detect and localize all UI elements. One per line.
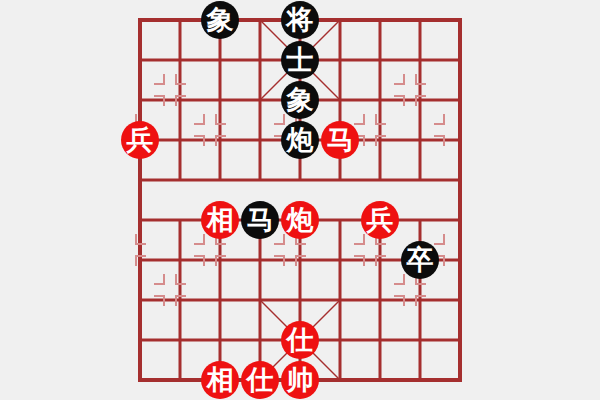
board-point[interactable] xyxy=(440,320,480,360)
point-marker xyxy=(194,234,205,245)
point-marker xyxy=(154,74,165,85)
point-marker xyxy=(175,95,186,106)
board-point[interactable] xyxy=(320,0,360,40)
board-points-grid: 象将士象兵炮马相马炮兵卒仕相仕帅 xyxy=(120,0,480,400)
piece-black-pawn[interactable]: 卒 xyxy=(401,241,439,279)
board-point[interactable] xyxy=(440,360,480,400)
point-marker xyxy=(215,135,226,146)
piece-black-horse[interactable]: 马 xyxy=(241,201,279,239)
board-point[interactable] xyxy=(120,320,160,360)
board-point[interactable] xyxy=(240,160,280,200)
point-marker xyxy=(215,114,226,125)
point-marker xyxy=(434,234,445,245)
point-marker xyxy=(215,255,226,266)
board-point[interactable]: 卒 xyxy=(400,240,440,280)
point-marker xyxy=(154,95,165,106)
point-marker xyxy=(194,255,205,266)
piece-red-advisor[interactable]: 仕 xyxy=(281,321,319,359)
board-point[interactable] xyxy=(440,160,480,200)
board-point[interactable]: 兵 xyxy=(360,200,400,240)
point-marker xyxy=(295,255,306,266)
board-point[interactable] xyxy=(200,320,240,360)
point-marker xyxy=(394,95,405,106)
piece-red-pawn[interactable]: 兵 xyxy=(361,201,399,239)
piece-red-pawn[interactable]: 兵 xyxy=(121,121,159,159)
point-marker xyxy=(135,234,146,245)
point-marker xyxy=(375,114,386,125)
board-point[interactable] xyxy=(400,360,440,400)
board-point[interactable] xyxy=(160,360,200,400)
board-point[interactable] xyxy=(240,280,280,320)
board-point[interactable] xyxy=(440,80,480,120)
point-marker xyxy=(354,114,365,125)
point-marker xyxy=(354,234,365,245)
point-marker xyxy=(175,74,186,85)
board-point[interactable] xyxy=(120,0,160,40)
board-point[interactable]: 相 xyxy=(200,360,240,400)
board-point[interactable] xyxy=(440,40,480,80)
board-point[interactable] xyxy=(160,0,200,40)
board-point[interactable] xyxy=(360,160,400,200)
point-marker xyxy=(375,135,386,146)
board-point[interactable] xyxy=(360,0,400,40)
board-point[interactable]: 象 xyxy=(280,80,320,120)
point-marker xyxy=(394,74,405,85)
board-point[interactable] xyxy=(400,280,440,320)
piece-red-elephant[interactable]: 相 xyxy=(201,201,239,239)
piece-red-general[interactable]: 帅 xyxy=(281,361,319,399)
board-point[interactable] xyxy=(320,40,360,80)
point-marker xyxy=(415,295,426,306)
board-point[interactable] xyxy=(440,0,480,40)
piece-red-cannon[interactable]: 炮 xyxy=(281,201,319,239)
point-marker xyxy=(415,74,426,85)
board-point[interactable] xyxy=(440,280,480,320)
board-point[interactable] xyxy=(200,40,240,80)
board-point[interactable]: 士 xyxy=(280,40,320,80)
board-point[interactable] xyxy=(320,280,360,320)
board-point[interactable] xyxy=(160,320,200,360)
board-point[interactable] xyxy=(280,160,320,200)
point-marker xyxy=(354,255,365,266)
board-point[interactable] xyxy=(320,160,360,200)
board-point[interactable] xyxy=(240,320,280,360)
board-point[interactable] xyxy=(120,360,160,400)
board-point[interactable] xyxy=(240,40,280,80)
board-point[interactable]: 马 xyxy=(320,120,360,160)
piece-black-elephant[interactable]: 象 xyxy=(201,1,239,39)
piece-black-elephant[interactable]: 象 xyxy=(281,81,319,119)
board-point[interactable] xyxy=(400,0,440,40)
point-marker xyxy=(194,135,205,146)
board-point[interactable] xyxy=(400,160,440,200)
point-marker xyxy=(274,255,285,266)
point-marker xyxy=(175,295,186,306)
board-point[interactable] xyxy=(120,160,160,200)
board-point[interactable] xyxy=(200,280,240,320)
board-point[interactable] xyxy=(280,280,320,320)
piece-red-horse[interactable]: 马 xyxy=(321,121,359,159)
piece-red-elephant[interactable]: 相 xyxy=(201,361,239,399)
board-point[interactable]: 炮 xyxy=(280,120,320,160)
board-point[interactable] xyxy=(360,120,400,160)
board-point[interactable]: 相 xyxy=(200,200,240,240)
xiangqi-board: 象将士象兵炮马相马炮兵卒仕相仕帅 xyxy=(0,0,600,400)
point-marker xyxy=(434,135,445,146)
board-point[interactable]: 将 xyxy=(280,0,320,40)
point-marker xyxy=(154,295,165,306)
point-marker xyxy=(415,95,426,106)
board-point[interactable] xyxy=(360,320,400,360)
point-marker xyxy=(434,114,445,125)
piece-black-advisor[interactable]: 士 xyxy=(281,41,319,79)
board-point[interactable] xyxy=(240,0,280,40)
point-marker xyxy=(394,295,405,306)
board-point[interactable]: 象 xyxy=(200,0,240,40)
board-point[interactable] xyxy=(440,200,480,240)
board-point[interactable] xyxy=(280,240,320,280)
board-point[interactable] xyxy=(200,120,240,160)
point-marker xyxy=(135,255,146,266)
board-point[interactable] xyxy=(320,360,360,400)
board-point[interactable]: 仕 xyxy=(280,320,320,360)
piece-black-general[interactable]: 将 xyxy=(281,1,319,39)
point-marker xyxy=(274,114,285,125)
board-point[interactable]: 仕 xyxy=(240,360,280,400)
board-point[interactable] xyxy=(320,320,360,360)
point-marker xyxy=(194,114,205,125)
point-marker xyxy=(175,274,186,285)
board-point[interactable]: 炮 xyxy=(280,200,320,240)
board-point[interactable] xyxy=(200,160,240,200)
board-point[interactable] xyxy=(400,320,440,360)
board-point[interactable] xyxy=(200,240,240,280)
board-point[interactable] xyxy=(360,360,400,400)
board-point[interactable] xyxy=(440,240,480,280)
board-point[interactable]: 帅 xyxy=(280,360,320,400)
board-point[interactable]: 兵 xyxy=(120,120,160,160)
piece-black-cannon[interactable]: 炮 xyxy=(281,121,319,159)
point-marker xyxy=(274,234,285,245)
board-point[interactable] xyxy=(160,280,200,320)
board-point[interactable] xyxy=(440,120,480,160)
point-marker xyxy=(375,255,386,266)
piece-red-advisor[interactable]: 仕 xyxy=(241,361,279,399)
point-marker xyxy=(154,274,165,285)
board-point[interactable] xyxy=(160,160,200,200)
point-marker xyxy=(394,274,405,285)
